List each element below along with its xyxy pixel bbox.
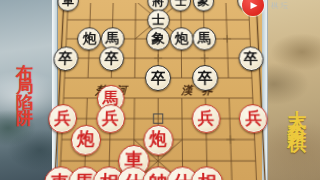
piece-black-士[interactable]: 士 bbox=[170, 0, 191, 11]
piece-black-卒[interactable]: 卒 bbox=[238, 46, 264, 70]
piece-black-象[interactable]: 象 bbox=[146, 27, 170, 50]
piece-red-炮[interactable]: 炮 bbox=[143, 124, 173, 155]
piece-label: 兵 bbox=[245, 110, 262, 127]
piece-black-馬[interactable]: 馬 bbox=[192, 27, 216, 50]
piece-label: 炮 bbox=[149, 131, 166, 149]
piece-label: 車 bbox=[50, 173, 70, 180]
piece-label: 象 bbox=[151, 32, 164, 45]
piece-red-炮[interactable]: 炮 bbox=[70, 124, 101, 155]
piece-label: 仕 bbox=[173, 173, 192, 180]
piece-label: 相 bbox=[198, 173, 217, 180]
piece-label: 兵 bbox=[197, 110, 214, 127]
piece-label: 馬 bbox=[197, 32, 211, 45]
right-vertical-title: 大禾象棋 bbox=[284, 94, 310, 126]
pieces-grid: 車將士象車士炮馬象炮馬卒卒卒卒卒馬兵兵兵兵炮炮車車馬相仕帥仕相 bbox=[47, 0, 270, 180]
piece-black-炮[interactable]: 炮 bbox=[77, 27, 101, 50]
watermark-text: 棋坛 bbox=[271, 1, 290, 11]
piece-black-卒[interactable]: 卒 bbox=[192, 65, 219, 91]
piece-label: 仕 bbox=[124, 173, 143, 180]
piece-label: 卒 bbox=[244, 51, 259, 65]
piece-black-象[interactable]: 象 bbox=[192, 0, 214, 11]
piece-label: 卒 bbox=[58, 51, 73, 65]
piece-label: 兵 bbox=[54, 110, 71, 127]
piece-red-兵[interactable]: 兵 bbox=[191, 104, 220, 133]
piece-label: 士 bbox=[152, 14, 165, 26]
piece-red-兵[interactable]: 兵 bbox=[96, 104, 125, 133]
piece-label: 炮 bbox=[174, 32, 188, 45]
piece-label: 車 bbox=[62, 0, 75, 7]
video-frame: 布局陷阱 大禾象棋 楚河 漢界 車將士象車士炮馬象炮馬卒卒卒卒卒馬兵兵兵兵炮炮車… bbox=[0, 0, 320, 180]
piece-label: 卒 bbox=[105, 51, 120, 65]
piece-label: 卒 bbox=[151, 71, 166, 86]
piece-label: 士 bbox=[175, 0, 187, 7]
board-perspective-layer: 楚河 漢界 車將士象車士炮馬象炮馬卒卒卒卒卒馬兵兵兵兵炮炮車車馬相仕帥仕相 bbox=[52, 3, 268, 180]
piece-red-兵[interactable]: 兵 bbox=[48, 104, 78, 133]
piece-black-卒[interactable]: 卒 bbox=[145, 65, 171, 91]
piece-red-相[interactable]: 相 bbox=[191, 166, 225, 180]
piece-label: 象 bbox=[197, 0, 209, 7]
piece-label: 馬 bbox=[74, 173, 94, 180]
xiangqi-board[interactable]: 楚河 漢界 車將士象車士炮馬象炮馬卒卒卒卒卒馬兵兵兵兵炮炮車車馬相仕帥仕相 bbox=[58, 0, 262, 180]
right-art-panel bbox=[268, 0, 320, 180]
piece-label: 將 bbox=[152, 0, 164, 7]
piece-label: 卒 bbox=[197, 71, 212, 86]
piece-black-車[interactable]: 車 bbox=[57, 0, 79, 11]
piece-label: 炮 bbox=[82, 32, 96, 45]
piece-black-炮[interactable]: 炮 bbox=[169, 27, 193, 50]
piece-label: 炮 bbox=[77, 131, 95, 149]
piece-label: 帥 bbox=[149, 173, 168, 180]
piece-label: 兵 bbox=[102, 110, 119, 127]
piece-black-卒[interactable]: 卒 bbox=[52, 46, 78, 70]
piece-red-兵[interactable]: 兵 bbox=[239, 104, 269, 133]
piece-label: 馬 bbox=[105, 32, 119, 45]
left-vertical-title: 布局陷阱 bbox=[13, 50, 36, 110]
piece-label: 相 bbox=[99, 173, 118, 180]
piece-black-卒[interactable]: 卒 bbox=[99, 46, 124, 70]
